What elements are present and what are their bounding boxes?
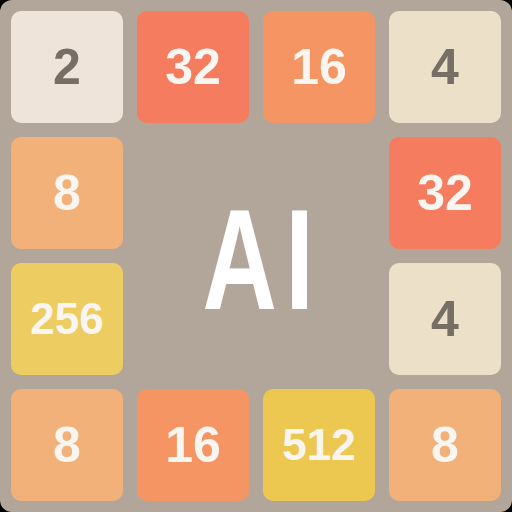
tile-r4c4-8: 8 — [389, 389, 501, 501]
empty-cell-r3c3 — [263, 263, 375, 375]
tile-r2c4-32: 32 — [389, 137, 501, 249]
tile-r1c3-16: 16 — [263, 11, 375, 123]
tile-r3c1-256: 256 — [11, 263, 123, 375]
tile-r3c4-4: 4 — [389, 263, 501, 375]
tile-r2c1-8: 8 — [11, 137, 123, 249]
tile-r1c1-2: 2 — [11, 11, 123, 123]
empty-cell-r2c3 — [263, 137, 375, 249]
empty-cell-r2c2 — [137, 137, 249, 249]
tile-r4c3-512: 512 — [263, 389, 375, 501]
tile-r1c4-4: 4 — [389, 11, 501, 123]
game-board-2048[interactable]: 23216483225648165128 AI — [0, 0, 512, 512]
empty-cell-r3c2 — [137, 263, 249, 375]
tile-r1c2-32: 32 — [137, 11, 249, 123]
tile-r4c1-8: 8 — [11, 389, 123, 501]
tile-r4c2-16: 16 — [137, 389, 249, 501]
